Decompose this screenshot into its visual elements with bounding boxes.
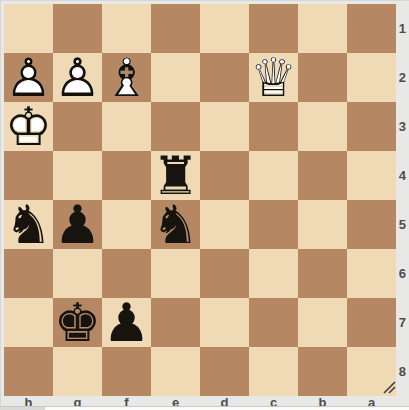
square-d3[interactable] [200,102,249,151]
square-a5[interactable] [347,200,396,249]
square-c1[interactable] [249,4,298,53]
square-a4[interactable] [347,151,396,200]
square-c6[interactable] [249,249,298,298]
white-king[interactable]: ♚♔ [4,102,53,151]
square-c5[interactable] [249,200,298,249]
rank-label: 4 [396,151,409,200]
rank-label: 3 [396,102,409,151]
square-f6[interactable] [102,249,151,298]
piece-glyph-fill: ♟ [102,298,151,347]
square-a2[interactable] [347,53,396,102]
square-h5[interactable]: ♞ [4,200,53,249]
square-h3[interactable]: ♚♔ [4,102,53,151]
square-f1[interactable] [102,4,151,53]
white-bishop[interactable]: ♝♗ [102,53,151,102]
white-pawn[interactable]: ♟♙ [53,53,102,102]
square-e7[interactable] [151,298,200,347]
square-d6[interactable] [200,249,249,298]
square-d2[interactable] [200,53,249,102]
square-b4[interactable] [298,151,347,200]
square-b3[interactable] [298,102,347,151]
piece-glyph-outline: ♙ [53,53,102,102]
black-rook[interactable]: ♜ [151,151,200,200]
rank-label: 6 [396,249,409,298]
square-d7[interactable] [200,298,249,347]
square-d5[interactable] [200,200,249,249]
square-h6[interactable] [4,249,53,298]
square-a3[interactable] [347,102,396,151]
square-h1[interactable] [4,4,53,53]
black-knight[interactable]: ♞ [4,200,53,249]
square-g3[interactable] [53,102,102,151]
rank-coordinates: 12345678 [396,4,409,396]
square-g6[interactable] [53,249,102,298]
square-g2[interactable]: ♟♙ [53,53,102,102]
square-e1[interactable] [151,4,200,53]
square-d1[interactable] [200,4,249,53]
rank-label: 8 [396,347,409,396]
square-d8[interactable] [200,347,249,396]
piece-glyph-fill: ♜ [151,151,200,200]
square-b5[interactable] [298,200,347,249]
black-king[interactable]: ♚ [53,298,102,347]
square-f8[interactable] [102,347,151,396]
square-g8[interactable] [53,347,102,396]
square-d4[interactable] [200,151,249,200]
piece-glyph-outline: ♕ [249,53,298,102]
white-queen[interactable]: ♛♕ [249,53,298,102]
piece-glyph-fill: ♟ [53,200,102,249]
square-b6[interactable] [298,249,347,298]
rank-label: 1 [396,4,409,53]
square-g4[interactable] [53,151,102,200]
square-e8[interactable] [151,347,200,396]
square-f2[interactable]: ♝♗ [102,53,151,102]
piece-glyph-fill: ♞ [151,200,200,249]
square-b2[interactable] [298,53,347,102]
black-knight[interactable]: ♞ [151,200,200,249]
square-a1[interactable] [347,4,396,53]
square-b7[interactable] [298,298,347,347]
square-a6[interactable] [347,249,396,298]
rank-label: 2 [396,53,409,102]
square-c2[interactable]: ♛♕ [249,53,298,102]
piece-glyph-outline: ♔ [4,102,53,151]
piece-glyph-outline: ♗ [102,53,151,102]
piece-glyph-fill: ♟ [4,53,53,102]
rank-label: 5 [396,200,409,249]
square-b8[interactable] [298,347,347,396]
square-c3[interactable] [249,102,298,151]
square-c7[interactable] [249,298,298,347]
square-b1[interactable] [298,4,347,53]
piece-glyph-outline: ♙ [4,53,53,102]
piece-glyph-fill: ♝ [102,53,151,102]
square-e4[interactable]: ♜ [151,151,200,200]
piece-glyph-fill: ♞ [4,200,53,249]
piece-glyph-fill: ♛ [249,53,298,102]
square-a7[interactable] [347,298,396,347]
board-resize-handle-icon[interactable] [381,379,397,395]
square-e6[interactable] [151,249,200,298]
square-h8[interactable] [4,347,53,396]
square-f7[interactable]: ♟ [102,298,151,347]
rank-label: 7 [396,298,409,347]
white-pawn[interactable]: ♟♙ [4,53,53,102]
chess-app-window: ♟♙♟♙♝♗♛♕♚♔♜♞♟♞♚♟ 12345678 hgfedcba [0,0,409,410]
black-pawn[interactable]: ♟ [53,200,102,249]
square-f3[interactable] [102,102,151,151]
square-f5[interactable] [102,200,151,249]
square-g7[interactable]: ♚ [53,298,102,347]
piece-glyph-fill: ♚ [4,102,53,151]
chess-board: ♟♙♟♙♝♗♛♕♚♔♜♞♟♞♚♟ [4,4,396,396]
square-f4[interactable] [102,151,151,200]
square-h2[interactable]: ♟♙ [4,53,53,102]
black-pawn[interactable]: ♟ [102,298,151,347]
square-g5[interactable]: ♟ [53,200,102,249]
piece-glyph-fill: ♚ [53,298,102,347]
square-c4[interactable] [249,151,298,200]
square-g1[interactable] [53,4,102,53]
square-e3[interactable] [151,102,200,151]
square-h7[interactable] [4,298,53,347]
square-e2[interactable] [151,53,200,102]
square-e5[interactable]: ♞ [151,200,200,249]
square-h4[interactable] [4,151,53,200]
piece-glyph-fill: ♟ [53,53,102,102]
square-c8[interactable] [249,347,298,396]
